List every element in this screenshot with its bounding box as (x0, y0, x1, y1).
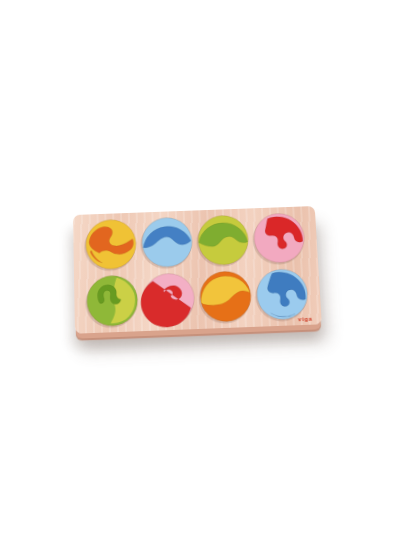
circle-r1c3[interactable] (196, 213, 251, 267)
circle-r2c3[interactable] (198, 269, 254, 324)
circle-r1c1[interactable] (84, 217, 138, 271)
circle-r2c1[interactable] (85, 273, 140, 328)
puzzle-board: viga (73, 206, 322, 334)
circle-r1c4[interactable] (251, 211, 307, 265)
brand-logo: viga (298, 316, 313, 322)
circle-r2c2[interactable] (141, 271, 196, 326)
circle-r1c2[interactable] (140, 215, 195, 269)
circle-grid (73, 206, 322, 334)
circle-r2c4[interactable] (254, 267, 310, 322)
